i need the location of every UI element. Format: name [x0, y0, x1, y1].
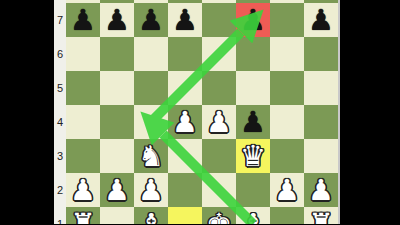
square-f7[interactable]: ♟: [236, 3, 270, 37]
piece-white-king-e1[interactable]: ♚: [206, 210, 232, 225]
square-b4[interactable]: [100, 105, 134, 139]
piece-black-rook-a8[interactable]: ♜: [70, 0, 96, 1]
square-c6[interactable]: [134, 37, 168, 71]
piece-black-pawn-a7[interactable]: ♟: [70, 6, 96, 35]
square-h2[interactable]: ♟: [304, 173, 338, 207]
piece-white-bishop-f1[interactable]: ♝: [240, 210, 266, 225]
square-b6[interactable]: [100, 37, 134, 71]
square-c4[interactable]: [134, 105, 168, 139]
square-c7[interactable]: ♟: [134, 3, 168, 37]
piece-black-king-e8[interactable]: ♚: [206, 0, 232, 1]
piece-white-pawn-b2[interactable]: ♟: [104, 176, 130, 205]
square-b7[interactable]: ♟: [100, 3, 134, 37]
square-h5[interactable]: [304, 71, 338, 105]
piece-white-rook-h1[interactable]: ♜: [308, 210, 334, 225]
square-d7[interactable]: ♟: [168, 3, 202, 37]
square-a4[interactable]: [66, 105, 100, 139]
rank-label-4: 4: [54, 115, 66, 129]
piece-white-knight-c3[interactable]: ♞: [138, 142, 164, 171]
square-d1[interactable]: [168, 207, 202, 224]
chessboard: ♜♞♝♛♚♝♞♜♟♟♟♟♟♟♟♟♟♞♛♟♟♟♟♟♜♝♚♝♜: [66, 0, 338, 224]
rank-label-3: 3: [54, 149, 66, 163]
piece-black-bishop-f8[interactable]: ♝: [240, 0, 266, 1]
square-g1[interactable]: [270, 207, 304, 224]
chess-video-frame: 87654321 ♜♞♝♛♚♝♞♜♟♟♟♟♟♟♟♟♟♞♛♟♟♟♟♟♜♝♚♝♜: [0, 0, 400, 224]
piece-white-bishop-c1[interactable]: ♝: [138, 210, 164, 225]
piece-white-rook-a1[interactable]: ♜: [70, 210, 96, 225]
square-f1[interactable]: ♝: [236, 207, 270, 224]
square-e3[interactable]: [202, 139, 236, 173]
square-h6[interactable]: [304, 37, 338, 71]
square-f3[interactable]: ♛: [236, 139, 270, 173]
piece-white-pawn-c2[interactable]: ♟: [138, 176, 164, 205]
piece-white-pawn-d4[interactable]: ♟: [172, 108, 198, 137]
square-c5[interactable]: [134, 71, 168, 105]
piece-black-queen-d8[interactable]: ♛: [172, 0, 198, 1]
piece-black-pawn-h7[interactable]: ♟: [308, 6, 334, 35]
piece-white-queen-f3[interactable]: ♛: [240, 142, 266, 171]
square-f4[interactable]: ♟: [236, 105, 270, 139]
square-d5[interactable]: [168, 71, 202, 105]
square-b1[interactable]: [100, 207, 134, 224]
square-h4[interactable]: [304, 105, 338, 139]
square-e5[interactable]: [202, 71, 236, 105]
square-g6[interactable]: [270, 37, 304, 71]
square-b2[interactable]: ♟: [100, 173, 134, 207]
piece-white-pawn-a2[interactable]: ♟: [70, 176, 96, 205]
square-a5[interactable]: [66, 71, 100, 105]
piece-black-rook-h8[interactable]: ♜: [308, 0, 334, 1]
piece-black-knight-g8[interactable]: ♞: [274, 0, 300, 1]
square-g5[interactable]: [270, 71, 304, 105]
square-f5[interactable]: [236, 71, 270, 105]
rank-label-1: 1: [54, 217, 66, 224]
square-e6[interactable]: [202, 37, 236, 71]
square-g3[interactable]: [270, 139, 304, 173]
square-e1[interactable]: ♚: [202, 207, 236, 224]
piece-black-knight-b8[interactable]: ♞: [104, 0, 130, 1]
square-f6[interactable]: [236, 37, 270, 71]
piece-white-pawn-h2[interactable]: ♟: [308, 176, 334, 205]
square-b3[interactable]: [100, 139, 134, 173]
square-a1[interactable]: ♜: [66, 207, 100, 224]
square-h7[interactable]: ♟: [304, 3, 338, 37]
piece-black-pawn-c7[interactable]: ♟: [138, 6, 164, 35]
piece-white-pawn-e4[interactable]: ♟: [206, 108, 232, 137]
square-c3[interactable]: ♞: [134, 139, 168, 173]
piece-black-bishop-c8[interactable]: ♝: [138, 0, 164, 1]
piece-white-pawn-g2[interactable]: ♟: [274, 176, 300, 205]
rank-label-7: 7: [54, 13, 66, 27]
square-d4[interactable]: ♟: [168, 105, 202, 139]
board-area: ♜♞♝♛♚♝♞♜♟♟♟♟♟♟♟♟♟♞♛♟♟♟♟♟♜♝♚♝♜: [66, 0, 338, 224]
square-h3[interactable]: [304, 139, 338, 173]
piece-black-pawn-f7[interactable]: ♟: [240, 6, 266, 35]
square-d2[interactable]: [168, 173, 202, 207]
rank-label-2: 2: [54, 183, 66, 197]
square-e7[interactable]: [202, 3, 236, 37]
square-b5[interactable]: [100, 71, 134, 105]
piece-black-pawn-d7[interactable]: ♟: [172, 6, 198, 35]
square-a3[interactable]: [66, 139, 100, 173]
square-a6[interactable]: [66, 37, 100, 71]
board-right-edge: [338, 0, 340, 224]
square-c1[interactable]: ♝: [134, 207, 168, 224]
square-d6[interactable]: [168, 37, 202, 71]
square-c2[interactable]: ♟: [134, 173, 168, 207]
square-e4[interactable]: ♟: [202, 105, 236, 139]
square-h1[interactable]: ♜: [304, 207, 338, 224]
piece-black-pawn-f4[interactable]: ♟: [240, 108, 266, 137]
square-g7[interactable]: [270, 3, 304, 37]
square-e2[interactable]: [202, 173, 236, 207]
square-d3[interactable]: [168, 139, 202, 173]
square-g2[interactable]: ♟: [270, 173, 304, 207]
rank-label-strip: 87654321: [54, 0, 66, 224]
square-a7[interactable]: ♟: [66, 3, 100, 37]
square-f2[interactable]: [236, 173, 270, 207]
piece-black-pawn-b7[interactable]: ♟: [104, 6, 130, 35]
square-a2[interactable]: ♟: [66, 173, 100, 207]
rank-label-6: 6: [54, 47, 66, 61]
square-g4[interactable]: [270, 105, 304, 139]
rank-label-5: 5: [54, 81, 66, 95]
